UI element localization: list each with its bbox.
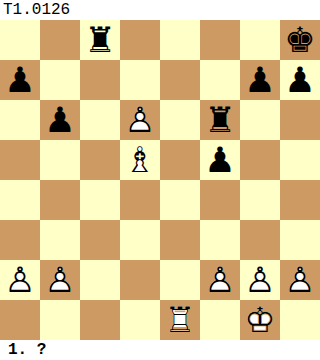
white-pawn-outline-glyph: ♙ (120, 100, 160, 140)
square-e5[interactable] (160, 140, 200, 180)
square-a3[interactable] (0, 220, 40, 260)
piece-black-pawn: ♟ (40, 100, 80, 140)
square-f1[interactable] (200, 300, 240, 340)
square-f2[interactable]: ♟♙ (200, 260, 240, 300)
square-f8[interactable] (200, 20, 240, 60)
white-pawn-outline-glyph: ♙ (240, 260, 280, 300)
square-e7[interactable] (160, 60, 200, 100)
square-c3[interactable] (80, 220, 120, 260)
black-pawn-fill-glyph: ♟ (240, 60, 280, 100)
black-rook-fill-glyph: ♜ (80, 20, 120, 60)
white-pawn-outline-glyph: ♙ (40, 260, 80, 300)
square-h5[interactable] (280, 140, 320, 180)
square-d4[interactable] (120, 180, 160, 220)
white-rook-outline-glyph: ♖ (160, 300, 200, 340)
square-d2[interactable] (120, 260, 160, 300)
white-pawn-outline-glyph: ♙ (200, 260, 240, 300)
square-b7[interactable] (40, 60, 80, 100)
black-pawn-fill-glyph: ♟ (40, 100, 80, 140)
square-a2[interactable]: ♟♙ (0, 260, 40, 300)
square-h3[interactable] (280, 220, 320, 260)
square-c8[interactable]: ♜ (80, 20, 120, 60)
white-pawn-outline-glyph: ♙ (0, 260, 40, 300)
square-d1[interactable] (120, 300, 160, 340)
piece-black-pawn: ♟ (0, 60, 40, 100)
square-h1[interactable] (280, 300, 320, 340)
square-e4[interactable] (160, 180, 200, 220)
piece-black-pawn: ♟ (240, 60, 280, 100)
piece-white-bishop: ♝♗ (120, 140, 160, 180)
piece-black-pawn: ♟ (200, 140, 240, 180)
square-b6[interactable]: ♟ (40, 100, 80, 140)
square-g8[interactable] (240, 20, 280, 60)
square-a8[interactable] (0, 20, 40, 60)
chess-board: ♜♚♟♟♟♟♟♙♜♝♗♟♟♙♟♙♟♙♟♙♟♙♜♖♚♔ (0, 20, 320, 340)
square-d3[interactable] (120, 220, 160, 260)
square-a5[interactable] (0, 140, 40, 180)
square-g3[interactable] (240, 220, 280, 260)
square-g7[interactable]: ♟ (240, 60, 280, 100)
square-e3[interactable] (160, 220, 200, 260)
square-f4[interactable] (200, 180, 240, 220)
square-c4[interactable] (80, 180, 120, 220)
square-h4[interactable] (280, 180, 320, 220)
square-a1[interactable] (0, 300, 40, 340)
square-g2[interactable]: ♟♙ (240, 260, 280, 300)
square-b1[interactable] (40, 300, 80, 340)
piece-white-pawn: ♟♙ (0, 260, 40, 300)
move-prompt-label: 1. ? (0, 340, 320, 360)
piece-black-rook: ♜ (80, 20, 120, 60)
square-d7[interactable] (120, 60, 160, 100)
square-c6[interactable] (80, 100, 120, 140)
piece-white-pawn: ♟♙ (200, 260, 240, 300)
square-e2[interactable] (160, 260, 200, 300)
square-d5[interactable]: ♝♗ (120, 140, 160, 180)
black-pawn-fill-glyph: ♟ (0, 60, 40, 100)
square-b3[interactable] (40, 220, 80, 260)
black-pawn-fill-glyph: ♟ (200, 140, 240, 180)
square-f6[interactable]: ♜ (200, 100, 240, 140)
square-a7[interactable]: ♟ (0, 60, 40, 100)
square-h8[interactable]: ♚ (280, 20, 320, 60)
piece-white-pawn: ♟♙ (280, 260, 320, 300)
square-h6[interactable] (280, 100, 320, 140)
square-e8[interactable] (160, 20, 200, 60)
square-b4[interactable] (40, 180, 80, 220)
square-h2[interactable]: ♟♙ (280, 260, 320, 300)
white-king-outline-glyph: ♔ (240, 300, 280, 340)
square-a6[interactable] (0, 100, 40, 140)
black-rook-fill-glyph: ♜ (200, 100, 240, 140)
square-b2[interactable]: ♟♙ (40, 260, 80, 300)
square-e6[interactable] (160, 100, 200, 140)
square-f7[interactable] (200, 60, 240, 100)
white-bishop-outline-glyph: ♗ (120, 140, 160, 180)
piece-black-rook: ♜ (200, 100, 240, 140)
square-c7[interactable] (80, 60, 120, 100)
square-g4[interactable] (240, 180, 280, 220)
puzzle-id-label: T1.0126 (0, 0, 320, 20)
piece-white-rook: ♜♖ (160, 300, 200, 340)
square-c2[interactable] (80, 260, 120, 300)
white-pawn-outline-glyph: ♙ (280, 260, 320, 300)
square-b8[interactable] (40, 20, 80, 60)
square-a4[interactable] (0, 180, 40, 220)
square-d8[interactable] (120, 20, 160, 60)
square-e1[interactable]: ♜♖ (160, 300, 200, 340)
piece-white-pawn: ♟♙ (120, 100, 160, 140)
square-c5[interactable] (80, 140, 120, 180)
square-c1[interactable] (80, 300, 120, 340)
black-pawn-fill-glyph: ♟ (280, 60, 320, 100)
square-f5[interactable]: ♟ (200, 140, 240, 180)
square-b5[interactable] (40, 140, 80, 180)
square-g5[interactable] (240, 140, 280, 180)
piece-black-pawn: ♟ (280, 60, 320, 100)
square-d6[interactable]: ♟♙ (120, 100, 160, 140)
square-f3[interactable] (200, 220, 240, 260)
piece-white-pawn: ♟♙ (40, 260, 80, 300)
piece-white-king: ♚♔ (240, 300, 280, 340)
square-g6[interactable] (240, 100, 280, 140)
square-h7[interactable]: ♟ (280, 60, 320, 100)
piece-white-pawn: ♟♙ (240, 260, 280, 300)
square-g1[interactable]: ♚♔ (240, 300, 280, 340)
chess-puzzle-window: T1.0126 ♜♚♟♟♟♟♟♙♜♝♗♟♟♙♟♙♟♙♟♙♟♙♜♖♚♔ 1. ? (0, 0, 320, 360)
black-king-fill-glyph: ♚ (280, 20, 320, 60)
piece-black-king: ♚ (280, 20, 320, 60)
